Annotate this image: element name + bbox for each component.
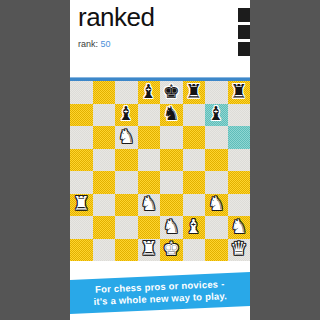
square-e8[interactable]: ♚ bbox=[160, 81, 183, 104]
piece-white-knight[interactable]: ♞ bbox=[140, 194, 157, 213]
square-a5[interactable] bbox=[70, 149, 93, 172]
square-h5[interactable] bbox=[228, 149, 251, 172]
square-a1[interactable] bbox=[70, 239, 93, 262]
square-a2[interactable] bbox=[70, 216, 93, 239]
piece-white-bishop[interactable]: ♝ bbox=[185, 217, 202, 236]
square-a3[interactable]: ♜ bbox=[70, 194, 93, 217]
square-c7[interactable]: ♝ bbox=[115, 104, 138, 127]
square-g1[interactable] bbox=[205, 239, 228, 262]
square-e4[interactable] bbox=[160, 171, 183, 194]
square-g3[interactable]: ♞ bbox=[205, 194, 228, 217]
promo-banner: For chess pros or novices - it's a whole… bbox=[70, 272, 250, 314]
square-c3[interactable] bbox=[115, 194, 138, 217]
rank-label: rank: bbox=[78, 39, 98, 49]
square-h6[interactable] bbox=[228, 126, 251, 149]
square-d3[interactable]: ♞ bbox=[138, 194, 161, 217]
piece-white-king[interactable]: ♚ bbox=[163, 239, 180, 258]
piece-white-knight[interactable]: ♞ bbox=[163, 217, 180, 236]
square-e1[interactable]: ♚ bbox=[160, 239, 183, 262]
square-h8[interactable]: ♜ bbox=[228, 81, 251, 104]
piece-black-rook[interactable]: ♜ bbox=[185, 82, 202, 101]
page-title: ranked bbox=[78, 2, 155, 33]
piece-white-rook[interactable]: ♜ bbox=[73, 194, 90, 213]
hamburger-menu-icon[interactable] bbox=[238, 8, 250, 59]
rank-value: 50 bbox=[101, 39, 111, 49]
square-f3[interactable] bbox=[183, 194, 206, 217]
square-f5[interactable] bbox=[183, 149, 206, 172]
rank-line: rank: 50 bbox=[78, 39, 111, 49]
square-c8[interactable] bbox=[115, 81, 138, 104]
square-e2[interactable]: ♞ bbox=[160, 216, 183, 239]
square-b5[interactable] bbox=[93, 149, 116, 172]
piece-white-knight[interactable]: ♞ bbox=[118, 127, 135, 146]
square-g7[interactable]: ♝ bbox=[205, 104, 228, 127]
piece-white-knight[interactable]: ♞ bbox=[208, 194, 225, 213]
piece-black-bishop[interactable]: ♝ bbox=[208, 104, 225, 123]
piece-black-bishop[interactable]: ♝ bbox=[140, 82, 157, 101]
header: ranked rank: 50 bbox=[70, 0, 250, 77]
square-f1[interactable] bbox=[183, 239, 206, 262]
square-b7[interactable] bbox=[93, 104, 116, 127]
piece-white-rook[interactable]: ♜ bbox=[140, 239, 157, 258]
square-h3[interactable] bbox=[228, 194, 251, 217]
square-b6[interactable] bbox=[93, 126, 116, 149]
piece-black-king[interactable]: ♚ bbox=[163, 82, 180, 101]
square-f6[interactable] bbox=[183, 126, 206, 149]
square-f2[interactable]: ♝ bbox=[183, 216, 206, 239]
square-h2[interactable]: ♞ bbox=[228, 216, 251, 239]
square-d1[interactable]: ♜ bbox=[138, 239, 161, 262]
chess-board[interactable]: ♝♚♜♜♝♞♝♞♜♞♞♞♝♞♜♚♛ bbox=[70, 81, 250, 261]
square-c1[interactable] bbox=[115, 239, 138, 262]
square-h1[interactable]: ♛ bbox=[228, 239, 251, 262]
square-d7[interactable] bbox=[138, 104, 161, 127]
square-e3[interactable] bbox=[160, 194, 183, 217]
square-d4[interactable] bbox=[138, 171, 161, 194]
square-h7[interactable] bbox=[228, 104, 251, 127]
menu-bar bbox=[238, 8, 250, 22]
square-g4[interactable] bbox=[205, 171, 228, 194]
piece-white-queen[interactable]: ♛ bbox=[230, 239, 247, 258]
square-a6[interactable] bbox=[70, 126, 93, 149]
square-e6[interactable] bbox=[160, 126, 183, 149]
square-b1[interactable] bbox=[93, 239, 116, 262]
square-g8[interactable] bbox=[205, 81, 228, 104]
square-h4[interactable] bbox=[228, 171, 251, 194]
square-g6[interactable] bbox=[205, 126, 228, 149]
square-b4[interactable] bbox=[93, 171, 116, 194]
square-a8[interactable] bbox=[70, 81, 93, 104]
square-f8[interactable]: ♜ bbox=[183, 81, 206, 104]
piece-white-knight[interactable]: ♞ bbox=[230, 217, 247, 236]
square-c4[interactable] bbox=[115, 171, 138, 194]
menu-bar bbox=[238, 25, 250, 39]
app-root: ranked rank: 50 ♝♚♜♜♝♞♝♞♜♞♞♞♝♞♜♚♛ For ch… bbox=[70, 0, 250, 320]
square-d6[interactable] bbox=[138, 126, 161, 149]
square-e5[interactable] bbox=[160, 149, 183, 172]
square-d2[interactable] bbox=[138, 216, 161, 239]
square-a7[interactable] bbox=[70, 104, 93, 127]
piece-black-rook[interactable]: ♜ bbox=[230, 82, 247, 101]
square-g2[interactable] bbox=[205, 216, 228, 239]
square-e7[interactable]: ♞ bbox=[160, 104, 183, 127]
piece-black-knight[interactable]: ♞ bbox=[163, 104, 180, 123]
square-b8[interactable] bbox=[93, 81, 116, 104]
square-d5[interactable] bbox=[138, 149, 161, 172]
square-b2[interactable] bbox=[93, 216, 116, 239]
square-f7[interactable] bbox=[183, 104, 206, 127]
square-c2[interactable] bbox=[115, 216, 138, 239]
square-d8[interactable]: ♝ bbox=[138, 81, 161, 104]
piece-black-bishop[interactable]: ♝ bbox=[118, 104, 135, 123]
square-a4[interactable] bbox=[70, 171, 93, 194]
square-c6[interactable]: ♞ bbox=[115, 126, 138, 149]
menu-bar bbox=[238, 42, 250, 56]
square-c5[interactable] bbox=[115, 149, 138, 172]
square-f4[interactable] bbox=[183, 171, 206, 194]
square-b3[interactable] bbox=[93, 194, 116, 217]
square-g5[interactable] bbox=[205, 149, 228, 172]
